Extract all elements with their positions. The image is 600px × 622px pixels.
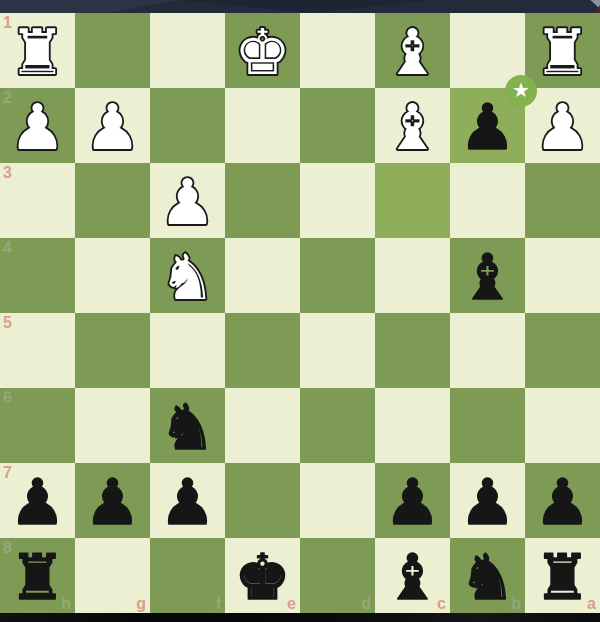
square-g4[interactable] — [75, 238, 150, 313]
square-g2[interactable]: ♟ — [75, 88, 150, 163]
square-c7[interactable]: ♟ — [375, 463, 450, 538]
square-h6[interactable]: 6 — [0, 388, 75, 463]
black-bishop[interactable]: ♝ — [375, 538, 450, 613]
black-knight[interactable]: ♞ — [150, 388, 225, 463]
file-label-d: d — [361, 596, 371, 612]
svg-text:♞: ♞ — [159, 391, 215, 464]
square-h8[interactable]: 8h♜ — [0, 538, 75, 613]
square-b5[interactable] — [450, 313, 525, 388]
svg-text:♟: ♟ — [9, 91, 65, 164]
best-move-star-badge: ★ — [505, 75, 537, 107]
square-d8[interactable]: d — [300, 538, 375, 613]
white-pawn[interactable]: ♟ — [75, 88, 150, 163]
file-label-f: f — [216, 596, 221, 612]
square-c2[interactable]: ♝ — [375, 88, 450, 163]
square-h7[interactable]: 7♟ — [0, 463, 75, 538]
svg-text:♝: ♝ — [384, 91, 440, 164]
square-h1[interactable]: 1♜ — [0, 13, 75, 88]
square-c8[interactable]: c♝ — [375, 538, 450, 613]
square-g3[interactable] — [75, 163, 150, 238]
black-king[interactable]: ♚ — [225, 538, 300, 613]
square-e8[interactable]: e♚ — [225, 538, 300, 613]
white-pawn[interactable]: ♟ — [525, 88, 600, 163]
square-e4[interactable] — [225, 238, 300, 313]
rank-label-5: 5 — [3, 315, 12, 331]
svg-text:♟: ♟ — [84, 466, 140, 539]
square-d1[interactable] — [300, 13, 375, 88]
square-c6[interactable] — [375, 388, 450, 463]
square-a1[interactable]: ♜ — [525, 13, 600, 88]
black-rook[interactable]: ♜ — [525, 538, 600, 613]
svg-text:♝: ♝ — [384, 541, 440, 614]
svg-text:♟: ♟ — [159, 466, 215, 539]
square-e1[interactable]: ♚ — [225, 13, 300, 88]
square-b6[interactable] — [450, 388, 525, 463]
square-e7[interactable] — [225, 463, 300, 538]
white-king[interactable]: ♚ — [225, 13, 300, 88]
square-a5[interactable] — [525, 313, 600, 388]
svg-text:♜: ♜ — [9, 16, 65, 89]
square-g5[interactable] — [75, 313, 150, 388]
svg-text:♟: ♟ — [84, 91, 140, 164]
square-d3[interactable] — [300, 163, 375, 238]
white-knight[interactable]: ♞ — [150, 238, 225, 313]
svg-text:♝: ♝ — [384, 16, 440, 89]
square-b3[interactable] — [450, 163, 525, 238]
square-f5[interactable] — [150, 313, 225, 388]
svg-text:♟: ♟ — [459, 466, 515, 539]
white-pawn[interactable]: ♟ — [0, 88, 75, 163]
square-g8[interactable]: g — [75, 538, 150, 613]
square-b8[interactable]: b♞ — [450, 538, 525, 613]
black-knight[interactable]: ♞ — [450, 538, 525, 613]
square-f8[interactable]: f — [150, 538, 225, 613]
square-a3[interactable] — [525, 163, 600, 238]
square-e2[interactable] — [225, 88, 300, 163]
square-h2[interactable]: 2♟ — [0, 88, 75, 163]
square-c5[interactable] — [375, 313, 450, 388]
svg-text:♞: ♞ — [159, 241, 215, 314]
square-d5[interactable] — [300, 313, 375, 388]
star-icon: ★ — [512, 80, 530, 100]
white-pawn[interactable]: ♟ — [150, 163, 225, 238]
black-pawn[interactable]: ♟ — [375, 463, 450, 538]
square-f7[interactable]: ♟ — [150, 463, 225, 538]
white-rook[interactable]: ♜ — [525, 13, 600, 88]
black-pawn[interactable]: ♟ — [0, 463, 75, 538]
square-f2[interactable] — [150, 88, 225, 163]
svg-text:♚: ♚ — [234, 541, 290, 614]
square-b4[interactable]: ♝ — [450, 238, 525, 313]
svg-text:♜: ♜ — [9, 541, 65, 614]
square-g6[interactable] — [75, 388, 150, 463]
svg-text:♞: ♞ — [459, 541, 515, 614]
square-h5[interactable]: 5 — [0, 313, 75, 388]
square-f4[interactable]: ♞ — [150, 238, 225, 313]
black-pawn[interactable]: ♟ — [525, 463, 600, 538]
square-e5[interactable] — [225, 313, 300, 388]
square-d4[interactable] — [300, 238, 375, 313]
svg-text:♜: ♜ — [534, 541, 590, 614]
square-g7[interactable]: ♟ — [75, 463, 150, 538]
square-a6[interactable] — [525, 388, 600, 463]
black-pawn[interactable]: ♟ — [75, 463, 150, 538]
square-a8[interactable]: a♜ — [525, 538, 600, 613]
svg-text:♟: ♟ — [384, 466, 440, 539]
white-rook[interactable]: ♜ — [0, 13, 75, 88]
rank-label-3: 3 — [3, 165, 12, 181]
rank-label-6: 6 — [3, 390, 12, 406]
black-pawn[interactable]: ♟ — [150, 463, 225, 538]
svg-text:♜: ♜ — [534, 16, 590, 89]
square-b7[interactable]: ♟ — [450, 463, 525, 538]
svg-text:♟: ♟ — [159, 166, 215, 239]
square-e3[interactable] — [225, 163, 300, 238]
square-h4[interactable]: 4 — [0, 238, 75, 313]
square-c4[interactable] — [375, 238, 450, 313]
square-d6[interactable] — [300, 388, 375, 463]
square-a2[interactable]: ♟ — [525, 88, 600, 163]
square-g1[interactable] — [75, 13, 150, 88]
square-d2[interactable] — [300, 88, 375, 163]
chess-board[interactable]: 1♜♚♝♜2♟♟♝♟♟3♟4♞♝56♞7♟♟♟♟♟♟8h♜gfe♚dc♝b♞a♜… — [0, 13, 600, 613]
rank-label-4: 4 — [3, 240, 12, 256]
square-d7[interactable] — [300, 463, 375, 538]
square-c1[interactable]: ♝ — [375, 13, 450, 88]
file-label-g: g — [136, 596, 146, 612]
square-f1[interactable] — [150, 13, 225, 88]
square-a7[interactable]: ♟ — [525, 463, 600, 538]
svg-text:♟: ♟ — [459, 91, 515, 164]
square-a4[interactable] — [525, 238, 600, 313]
square-f3[interactable]: ♟ — [150, 163, 225, 238]
svg-text:♝: ♝ — [459, 241, 515, 314]
svg-text:♟: ♟ — [534, 466, 590, 539]
square-h3[interactable]: 3 — [0, 163, 75, 238]
background-bottom — [0, 613, 600, 622]
screen: 1♜♚♝♜2♟♟♝♟♟3♟4♞♝56♞7♟♟♟♟♟♟8h♜gfe♚dc♝b♞a♜… — [0, 0, 600, 622]
square-e6[interactable] — [225, 388, 300, 463]
square-f6[interactable]: ♞ — [150, 388, 225, 463]
white-bishop[interactable]: ♝ — [375, 13, 450, 88]
background-top — [0, 0, 600, 13]
black-pawn[interactable]: ♟ — [450, 463, 525, 538]
white-bishop[interactable]: ♝ — [375, 88, 450, 163]
black-rook[interactable]: ♜ — [0, 538, 75, 613]
square-c3[interactable] — [375, 163, 450, 238]
svg-text:♟: ♟ — [9, 466, 65, 539]
svg-text:♟: ♟ — [534, 91, 590, 164]
black-bishop[interactable]: ♝ — [450, 238, 525, 313]
svg-text:♚: ♚ — [234, 16, 290, 89]
